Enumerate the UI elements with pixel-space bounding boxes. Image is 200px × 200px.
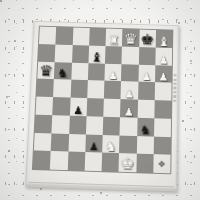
white-rook-e8[interactable]: ♜	[108, 34, 120, 46]
square-h6[interactable]: ♟	[155, 65, 172, 83]
square-b4[interactable]	[53, 97, 71, 115]
square-b6[interactable]: ♞	[54, 62, 71, 80]
square-h7[interactable]: ♟	[155, 47, 172, 65]
square-a4[interactable]	[36, 97, 54, 115]
square-e1[interactable]	[102, 153, 120, 172]
square-c4[interactable]: ♟	[69, 98, 87, 116]
chess-mat: ♜♛♚♝♝♟♛♞♟♟♟♟♟♟♞♟♞♚❖	[25, 21, 179, 192]
square-h2[interactable]	[153, 136, 170, 155]
square-f6[interactable]	[121, 64, 138, 82]
square-f1[interactable]: ♚	[119, 153, 137, 172]
black-knight-b6[interactable]: ♞	[57, 67, 69, 80]
white-bishop-h8[interactable]: ♝	[158, 34, 170, 47]
square-e4[interactable]	[103, 99, 120, 117]
black-knight-g3[interactable]: ♞	[140, 123, 152, 136]
square-g2[interactable]	[136, 136, 153, 155]
square-a1[interactable]	[33, 151, 51, 170]
white-queen-f8[interactable]: ♛	[124, 32, 138, 47]
square-e8[interactable]: ♜	[106, 29, 123, 47]
square-a3[interactable]	[35, 114, 53, 133]
square-h8[interactable]: ♝	[155, 30, 172, 48]
square-f5[interactable]: ♟	[121, 81, 138, 99]
square-c5[interactable]	[70, 80, 87, 98]
square-g6[interactable]: ♟	[138, 64, 155, 82]
square-d1[interactable]	[84, 152, 102, 171]
white-pawn-f4[interactable]: ♟	[124, 107, 134, 118]
square-d3[interactable]	[86, 116, 104, 135]
square-e3[interactable]	[103, 117, 121, 136]
square-b2[interactable]	[51, 133, 69, 152]
white-pawn-e6[interactable]: ♟	[108, 71, 118, 82]
square-c7[interactable]	[72, 45, 89, 63]
square-b7[interactable]	[55, 44, 72, 62]
square-e6[interactable]: ♟	[104, 63, 121, 81]
black-pawn-c4[interactable]: ♟	[73, 105, 83, 116]
black-king-g8[interactable]: ♚	[140, 32, 154, 47]
square-b8[interactable]	[56, 27, 73, 45]
square-h5[interactable]	[154, 82, 171, 100]
square-a2[interactable]	[34, 132, 52, 151]
square-f2[interactable]	[119, 135, 137, 154]
square-g5[interactable]	[138, 82, 155, 100]
square-d7[interactable]: ♝	[88, 45, 105, 63]
square-b1[interactable]	[50, 151, 68, 170]
square-e2[interactable]: ♞	[102, 135, 120, 154]
white-knight-e2[interactable]: ♞	[105, 140, 117, 153]
square-b3[interactable]	[52, 115, 70, 134]
square-c8[interactable]	[72, 28, 89, 46]
square-c2[interactable]	[68, 134, 86, 153]
square-f3[interactable]	[120, 117, 137, 136]
black-queen-a6[interactable]: ♛	[39, 64, 54, 79]
black-bishop-d7[interactable]: ♝	[91, 50, 104, 63]
square-g4[interactable]	[137, 100, 154, 118]
square-a6[interactable]: ♛	[37, 61, 55, 79]
square-d6[interactable]	[88, 63, 105, 81]
square-e5[interactable]	[104, 81, 121, 99]
white-king-f1[interactable]: ♚	[120, 156, 135, 172]
white-pawn-h7[interactable]: ♟	[159, 55, 169, 66]
square-g7[interactable]	[138, 47, 155, 65]
square-c3[interactable]	[69, 115, 87, 134]
square-a7[interactable]	[38, 44, 55, 62]
square-c6[interactable]	[71, 62, 88, 80]
square-a5[interactable]	[36, 79, 54, 97]
square-c1[interactable]	[67, 152, 85, 171]
maker-emblem-icon: ❖	[158, 159, 166, 168]
square-b5[interactable]	[53, 79, 71, 97]
square-h3[interactable]	[154, 118, 171, 137]
square-h4[interactable]	[154, 100, 171, 118]
square-g8[interactable]: ♚	[139, 30, 156, 48]
square-g3[interactable]: ♞	[137, 118, 154, 137]
white-pawn-f5[interactable]: ♟	[124, 89, 134, 100]
side-print-marks	[173, 74, 176, 102]
square-d8[interactable]	[89, 28, 106, 46]
square-d2[interactable]: ♟	[85, 134, 103, 153]
square-f7[interactable]	[122, 46, 139, 64]
square-h1[interactable]: ❖	[153, 154, 170, 173]
white-pawn-h6[interactable]: ♟	[158, 72, 168, 83]
square-f8[interactable]: ♛	[122, 29, 139, 47]
square-f4[interactable]: ♟	[120, 99, 137, 117]
black-pawn-d2[interactable]: ♟	[89, 142, 99, 153]
square-a8[interactable]	[39, 27, 56, 45]
table-speckles	[0, 0, 2, 2]
square-e7[interactable]	[105, 46, 122, 64]
white-pawn-g6[interactable]: ♟	[142, 72, 152, 83]
square-d4[interactable]	[86, 98, 103, 116]
square-g1[interactable]	[136, 154, 154, 173]
square-d5[interactable]	[87, 80, 104, 98]
board-grid: ♜♛♚♝♝♟♛♞♟♟♟♟♟♟♞♟♞♚❖	[32, 26, 173, 175]
photo-background: ♜♛♚♝♝♟♛♞♟♟♟♟♟♟♞♟♞♚❖	[0, 0, 200, 200]
